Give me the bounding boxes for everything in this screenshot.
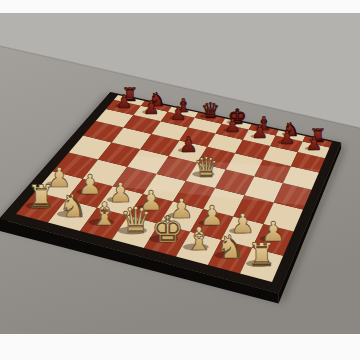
piece-white-b-c1: ♝ [90,195,119,233]
piece-white-k-e1: ♚ [151,208,184,251]
piece-red-p-e7: ♟ [224,115,240,136]
piece-red-p-g7: ♟ [279,127,295,148]
white-strip-top [0,0,360,13]
piece-red-p-h7: ♟ [306,133,322,154]
chess-photo-scene: ♜♞♝♛♚♝♞♜♟♟♟♟♟♟♟♟♛♟♟♟♟♟♟♟♟♜♞♝♛♚♝♞♜ [0,0,360,360]
piece-white-r-a1: ♜ [27,178,56,216]
piece-white-r-h1: ♜ [248,236,277,274]
piece-red-p-b7: ♟ [143,97,159,118]
piece-red-p-f7: ♟ [252,121,268,142]
piece-red-p-a7: ♟ [116,91,132,112]
piece-white-q-e4: ♛ [194,151,219,184]
piece-white-n-g1: ♞ [216,228,245,266]
piece-white-q-d1: ♛ [120,199,153,242]
piece-white-n-b1: ♞ [59,187,88,225]
piece-red-q-d8: ♛ [201,98,220,123]
white-strip-bottom [0,334,360,360]
piece-white-b-f1: ♝ [185,220,214,258]
piece-red-p-c7: ♟ [170,103,186,124]
chess-set-photo: ♜♞♝♛♚♝♞♜♟♟♟♟♟♟♟♟♛♟♟♟♟♟♟♟♟♜♞♝♛♚♝♞♜ Angled… [0,0,360,360]
